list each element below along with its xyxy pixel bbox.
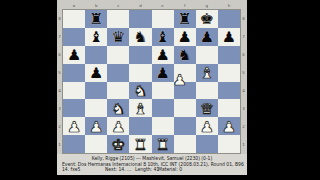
square-c5 <box>107 64 129 82</box>
square-g4 <box>196 82 218 100</box>
caption-players-text: Kelly, Rigge (2105) --- Mashlevit, Samue… <box>57 156 247 161</box>
square-g5: ♝ <box>196 64 218 82</box>
rank-label-3: 3 <box>57 99 62 117</box>
caption-material: Material: 0 <box>158 167 182 172</box>
rank-label-1: 1 <box>57 135 62 153</box>
square-c2: ♟ <box>107 117 129 135</box>
rank-label-6: 6 <box>57 46 62 64</box>
rank-label-2: 2 <box>57 117 62 135</box>
black-bishop: ♝ <box>155 29 169 45</box>
square-e5: ♟ <box>152 64 174 82</box>
white-pawn: ♟ <box>222 118 236 134</box>
square-d3: ♝ <box>129 99 151 117</box>
square-e2 <box>152 117 174 135</box>
file-label-e: e <box>152 3 174 8</box>
black-knight: ♞ <box>133 29 147 45</box>
square-a4 <box>63 82 85 100</box>
file-label-g: g <box>196 3 218 8</box>
square-a5 <box>63 64 85 82</box>
rank-label-5: 5 <box>57 64 62 82</box>
square-d4: ♞ <box>129 82 151 100</box>
file-label-f: f <box>174 3 196 8</box>
square-g2: ♟ <box>196 117 218 135</box>
square-b8: ♜ <box>85 10 107 28</box>
square-e4 <box>152 82 174 100</box>
square-h6 <box>218 46 240 64</box>
square-b1 <box>85 135 107 153</box>
white-knight: ♞ <box>111 100 125 116</box>
square-h8 <box>218 10 240 28</box>
square-g6 <box>196 46 218 64</box>
square-b6 <box>85 46 107 64</box>
square-g7: ♟ <box>196 28 218 46</box>
rank-labels-left: 87654321 <box>57 10 62 153</box>
black-pawn: ♟ <box>67 47 81 63</box>
square-a8 <box>63 10 85 28</box>
rank-label-6: 6 <box>241 46 246 64</box>
square-c3: ♞ <box>107 99 129 117</box>
square-a2: ♟ <box>63 117 85 135</box>
square-d5 <box>129 64 151 82</box>
square-g1 <box>196 135 218 153</box>
square-h2: ♟ <box>218 117 240 135</box>
white-pawn: ♟ <box>89 118 103 134</box>
black-pawn: ♟ <box>155 47 169 63</box>
file-label-b: b <box>85 3 107 8</box>
black-pawn: ♟ <box>222 29 236 45</box>
white-rook: ♜ <box>133 136 147 152</box>
square-c6 <box>107 46 129 64</box>
caption-moveinfo-text: 14. fxe5 Next: 14. ... Length: 41 Materi… <box>57 167 247 173</box>
square-a1 <box>63 135 85 153</box>
white-bishop: ♝ <box>200 65 214 81</box>
square-e8 <box>152 10 174 28</box>
caption-next-move: Next: 14. ... <box>105 167 131 172</box>
black-rook: ♜ <box>178 11 192 27</box>
square-b2: ♟ <box>85 117 107 135</box>
black-pawn: ♟ <box>155 65 169 81</box>
square-a7 <box>63 28 85 46</box>
square-c8 <box>107 10 129 28</box>
square-h1 <box>218 135 240 153</box>
black-knight: ♞ <box>178 47 192 63</box>
square-e7: ♝ <box>152 28 174 46</box>
square-h5 <box>218 64 240 82</box>
file-labels-top: abcdefgh <box>63 3 240 8</box>
rank-label-8: 8 <box>57 10 62 28</box>
caption-length: Length: 41 <box>135 167 159 172</box>
file-label-c: c <box>107 3 129 8</box>
square-b7: ♝ <box>85 28 107 46</box>
square-e6: ♟ <box>152 46 174 64</box>
square-c1: ♚ <box>107 135 129 153</box>
white-pawn: ♟ <box>111 118 125 134</box>
square-f7: ♟ <box>174 28 196 46</box>
rank-labels-right: 87654321 <box>241 10 246 153</box>
rank-label-1: 1 <box>241 135 246 153</box>
square-g3: ♛ <box>196 99 218 117</box>
square-d8 <box>129 10 151 28</box>
square-f1 <box>174 135 196 153</box>
square-d1: ♜ <box>129 135 151 153</box>
white-pawn: ♟ <box>172 72 186 88</box>
square-c7: ♛ <box>107 28 129 46</box>
caption-event-text: Event: Dos Hermanas Internacional 8 10th… <box>57 162 252 167</box>
square-a3 <box>63 99 85 117</box>
thumbnail-content-area: abcdefgh 87654321 87654321 ♜♜♚♝♛♞♝♟♟♟♟♟♞… <box>57 0 247 175</box>
rank-label-8: 8 <box>241 10 246 28</box>
white-rook: ♜ <box>155 136 169 152</box>
rank-label-5: 5 <box>241 64 246 82</box>
file-label-d: d <box>129 3 151 8</box>
white-bishop: ♝ <box>133 100 147 116</box>
square-e3 <box>152 99 174 117</box>
square-f2 <box>174 117 196 135</box>
square-f8: ♜ <box>174 10 196 28</box>
rank-label-2: 2 <box>241 117 246 135</box>
caption-moveinfo: 14. fxe5 Next: 14. ... Length: 41 Materi… <box>57 167 247 174</box>
white-king: ♚ <box>111 136 125 152</box>
square-h3 <box>218 99 240 117</box>
square-b4 <box>85 82 107 100</box>
square-g8: ♚ <box>196 10 218 28</box>
black-king: ♚ <box>200 11 214 27</box>
white-knight: ♞ <box>133 83 147 99</box>
file-label-a: a <box>63 3 85 8</box>
square-f3 <box>174 99 196 117</box>
white-pawn: ♟ <box>200 118 214 134</box>
square-d2 <box>129 117 151 135</box>
square-f4: ♟ <box>174 82 196 100</box>
white-pawn: ♟ <box>67 118 81 134</box>
video-thumbnail: { "game": "chess", "position": { "fen": … <box>0 0 320 180</box>
square-a6: ♟ <box>63 46 85 64</box>
rank-label-7: 7 <box>241 28 246 46</box>
square-h7: ♟ <box>218 28 240 46</box>
rank-label-4: 4 <box>57 82 62 100</box>
square-c4 <box>107 82 129 100</box>
rank-label-7: 7 <box>57 28 62 46</box>
chess-board: ♜♜♚♝♛♞♝♟♟♟♟♟♞♟♟♝♞♟♞♝♛♟♟♟♟♟♚♜♜ <box>63 10 240 153</box>
black-queen: ♛ <box>111 29 125 45</box>
square-f6: ♞ <box>174 46 196 64</box>
square-b5: ♟ <box>85 64 107 82</box>
square-d6 <box>129 46 151 64</box>
black-rook: ♜ <box>89 11 103 27</box>
black-bishop: ♝ <box>89 29 103 45</box>
square-d7: ♞ <box>129 28 151 46</box>
black-pawn: ♟ <box>89 65 103 81</box>
black-pawn: ♟ <box>178 29 192 45</box>
square-h4 <box>218 82 240 100</box>
rank-label-4: 4 <box>241 82 246 100</box>
white-queen: ♛ <box>200 100 214 116</box>
square-e1: ♜ <box>152 135 174 153</box>
file-label-h: h <box>218 3 240 8</box>
black-pawn: ♟ <box>200 29 214 45</box>
square-b3 <box>85 99 107 117</box>
rank-label-3: 3 <box>241 99 246 117</box>
caption-current-move: 14. fxe5 <box>62 167 80 172</box>
